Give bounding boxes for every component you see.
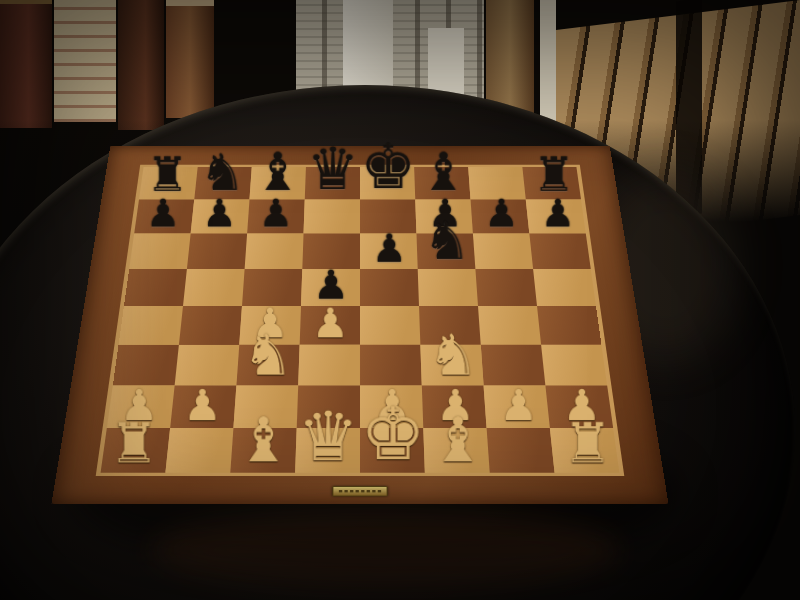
square-g7: ♟ — [471, 199, 530, 233]
square-b6 — [187, 233, 247, 268]
square-c1: ♝ — [230, 428, 296, 473]
square-g3 — [481, 345, 546, 386]
square-e1: ♚ — [360, 428, 425, 473]
white-rook-a1: ♜ — [109, 416, 158, 471]
square-e3 — [360, 345, 422, 386]
white-king-e1: ♚ — [360, 399, 425, 471]
square-b5 — [183, 269, 245, 306]
square-a1: ♜ — [101, 428, 171, 473]
square-a4 — [119, 306, 183, 345]
square-h4 — [537, 306, 601, 345]
square-b4 — [179, 306, 242, 345]
white-rook-h1: ♜ — [562, 416, 611, 471]
white-knight-f3: ♞ — [427, 328, 478, 385]
black-king-e8: ♚ — [360, 137, 415, 199]
square-h1: ♜ — [550, 428, 620, 473]
square-e5 — [360, 269, 419, 306]
square-b1 — [165, 428, 233, 473]
chessboard: ♜♞♝♛♚♝♜♟♟♟♟♟♟♟♞♟♟♟♞♞♟♟♟♟♟♟♜♝♛♚♝♜ — [51, 146, 668, 505]
square-a6 — [129, 233, 190, 268]
square-e8: ♚ — [360, 167, 415, 200]
white-bishop-c1: ♝ — [235, 410, 290, 472]
square-d7 — [304, 199, 360, 233]
square-g6 — [473, 233, 533, 268]
square-g4 — [478, 306, 541, 345]
black-pawn-g7: ♟ — [484, 194, 518, 232]
square-h3 — [541, 345, 607, 386]
square-a5 — [124, 269, 187, 306]
square-d3 — [298, 345, 360, 386]
square-f5 — [418, 269, 478, 306]
square-d8: ♛ — [305, 167, 360, 200]
black-pawn-b7: ♟ — [202, 194, 236, 232]
black-queen-d8: ♛ — [306, 140, 358, 198]
board-scene: ♜♞♝♛♚♝♜♟♟♟♟♟♟♟♞♟♟♟♞♞♟♟♟♟♟♟♜♝♛♚♝♜ — [84, 30, 636, 582]
black-pawn-e6: ♟ — [371, 229, 406, 268]
photo-stage: ♜♞♝♛♚♝♜♟♟♟♟♟♟♟♞♟♟♟♞♞♟♟♟♟♟♟♜♝♛♚♝♜ — [0, 0, 800, 600]
square-b7: ♟ — [191, 199, 250, 233]
white-knight-c3: ♞ — [242, 328, 293, 385]
square-g2: ♟ — [484, 385, 550, 428]
board-grid: ♜♞♝♛♚♝♜♟♟♟♟♟♟♟♞♟♟♟♞♞♟♟♟♟♟♟♜♝♛♚♝♜ — [101, 167, 620, 473]
square-g5 — [475, 269, 537, 306]
square-c7: ♟ — [247, 199, 305, 233]
square-b3 — [175, 345, 240, 386]
book-spine — [0, 0, 52, 128]
square-h5 — [533, 269, 596, 306]
square-a7: ♟ — [134, 199, 194, 233]
square-c6 — [245, 233, 304, 268]
square-g1 — [487, 428, 555, 473]
square-f3: ♞ — [420, 345, 483, 386]
black-pawn-c7: ♟ — [258, 194, 292, 232]
black-pawn-h7: ♟ — [540, 194, 574, 232]
square-f1: ♝ — [423, 428, 489, 473]
board-reflection — [150, 510, 620, 590]
white-pawn-b2: ♟ — [183, 384, 221, 427]
white-pawn-d4: ♟ — [312, 303, 349, 344]
square-d1: ♛ — [295, 428, 360, 473]
square-f6: ♞ — [416, 233, 475, 268]
square-h6 — [529, 233, 590, 268]
square-d4: ♟ — [300, 306, 360, 345]
white-queen-d1: ♛ — [297, 403, 358, 471]
square-b2: ♟ — [170, 385, 236, 428]
board-inlay-line: ♜♞♝♛♚♝♜♟♟♟♟♟♟♟♞♟♟♟♞♞♟♟♟♟♟♟♜♝♛♚♝♜ — [96, 165, 625, 476]
white-pawn-g2: ♟ — [499, 384, 537, 427]
square-a3 — [113, 345, 179, 386]
white-bishop-f1: ♝ — [430, 410, 485, 472]
square-h7: ♟ — [526, 199, 586, 233]
square-e6: ♟ — [360, 233, 418, 268]
board-frame: ♜♞♝♛♚♝♜♟♟♟♟♟♟♟♞♟♟♟♞♞♟♟♟♟♟♟♜♝♛♚♝♜ — [51, 146, 668, 505]
black-pawn-a7: ♟ — [145, 194, 179, 232]
black-knight-f6: ♞ — [423, 215, 470, 268]
square-e4 — [360, 306, 420, 345]
square-c3: ♞ — [236, 345, 299, 386]
